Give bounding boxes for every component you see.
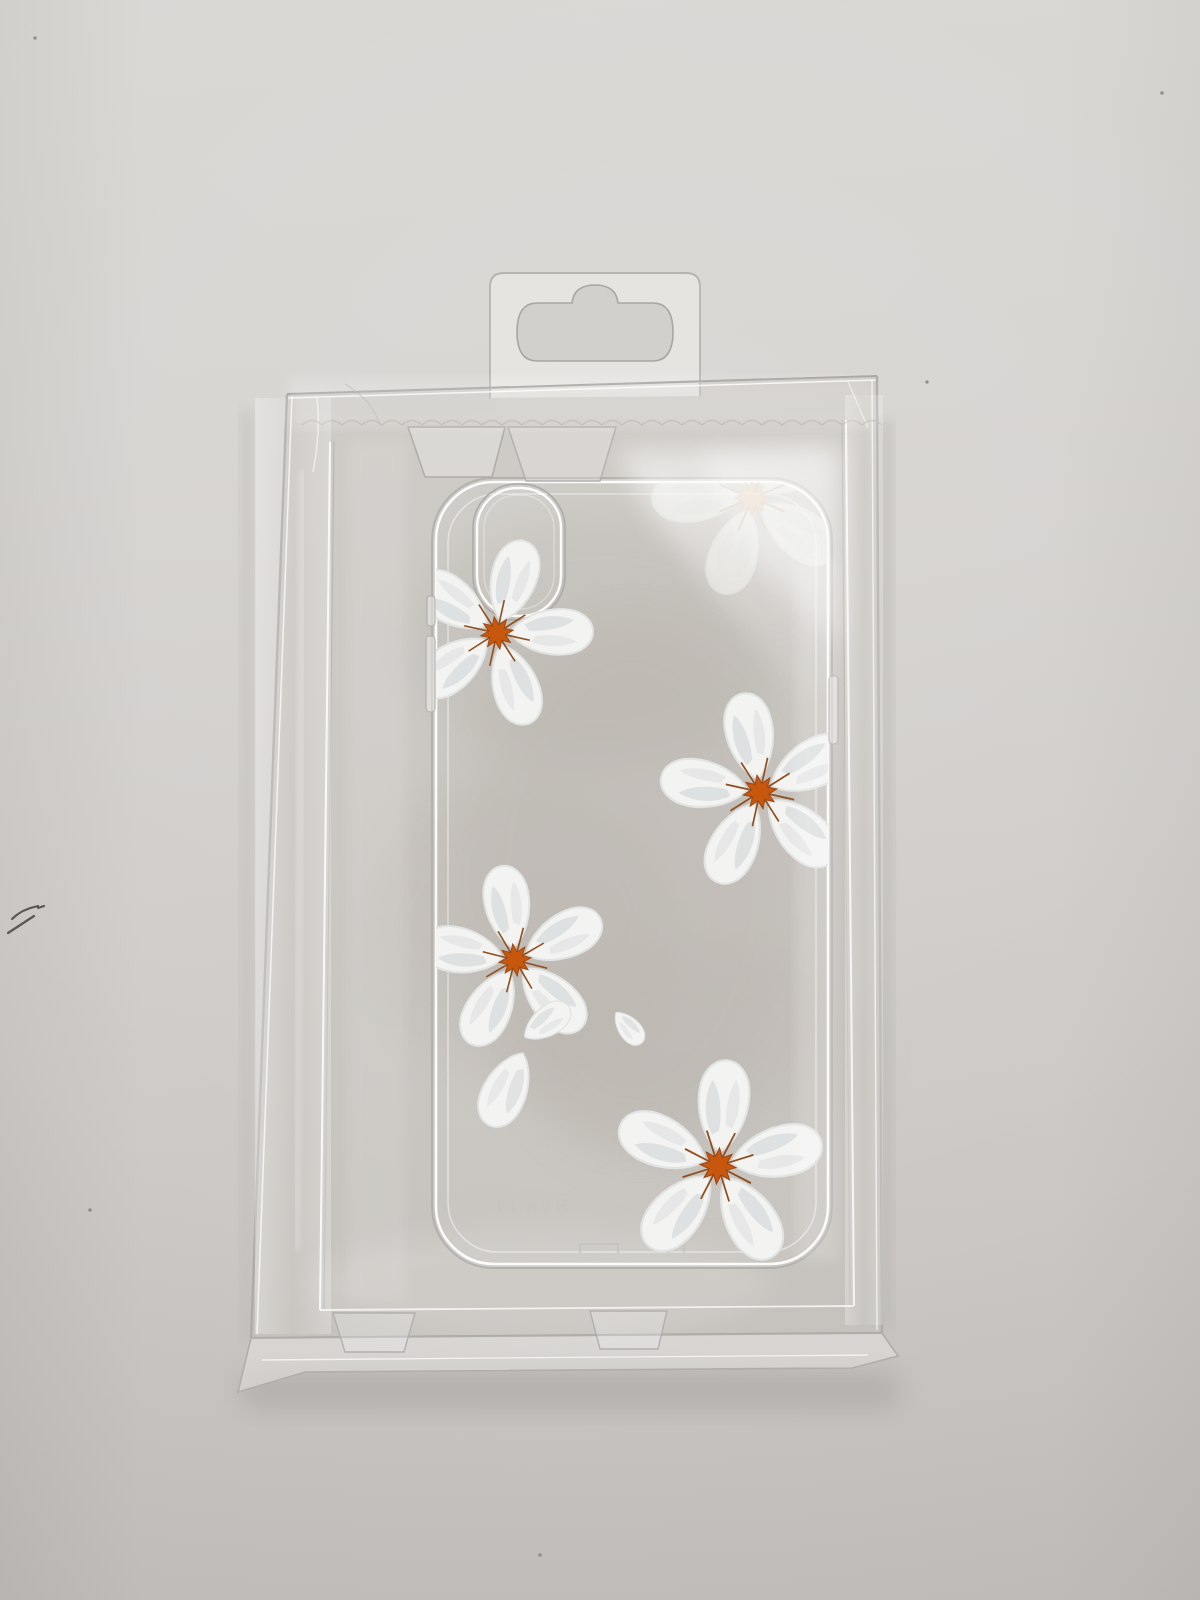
box-left-shadow: [240, 410, 254, 1340]
brand-text: FLAVR: [496, 1195, 572, 1218]
dust-speck: [1160, 91, 1164, 95]
left-wall-sheen: [255, 398, 331, 1334]
interlock-tab-bottom: [590, 1311, 667, 1349]
interlock-tab-top: [408, 427, 505, 477]
photo-scene: FLAVR: [0, 0, 1200, 1600]
right-wall-sheen: [845, 395, 883, 1325]
mute-switch-bump: [427, 596, 435, 626]
top-wall-sheen: [290, 378, 876, 428]
interlock-tab-bottom: [333, 1313, 415, 1352]
dust-speck: [925, 380, 929, 384]
left-inner-sheen: [348, 440, 406, 1300]
pen-scribble: [8, 906, 44, 933]
dust-speck: [33, 36, 37, 40]
dust-speck: [538, 1553, 542, 1557]
volume-button-bump: [426, 636, 435, 712]
photo-artwork: FLAVR: [0, 0, 1200, 1600]
box-bottom-shadow: [240, 1370, 900, 1410]
interlock-tab-top: [508, 427, 616, 481]
right-inner-sheen: [796, 560, 838, 1260]
dust-speck: [88, 1208, 92, 1212]
